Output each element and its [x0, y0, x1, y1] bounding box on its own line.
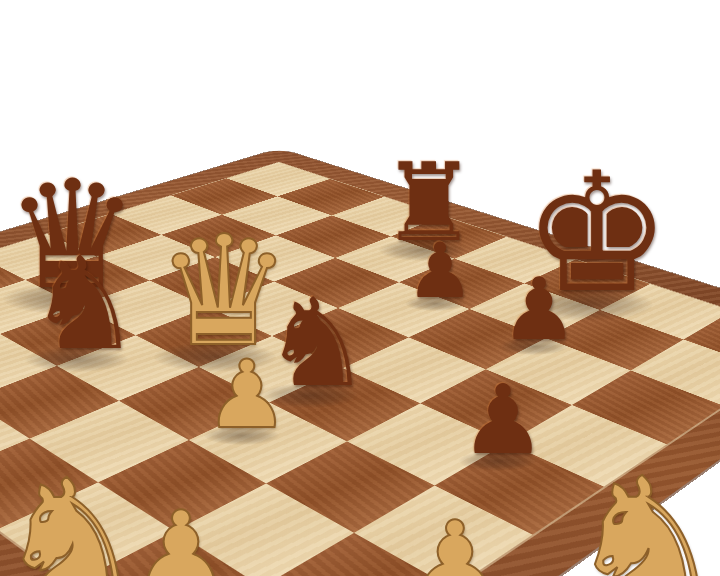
white-knight-b1[interactable]: ♞ — [0, 457, 148, 576]
chessboard-photo: ♜♛♟♚♟♛♞♞♟♟♟♟♞♞ — [0, 0, 720, 576]
white-pawn-e5[interactable]: ♟ — [205, 348, 289, 442]
white-pawn-f2[interactable]: ♟ — [405, 506, 505, 576]
black-pawn-e7[interactable]: ♟ — [500, 266, 577, 352]
black-knight-c5[interactable]: ♞ — [27, 240, 142, 368]
white-knight-g1[interactable]: ♞ — [565, 454, 720, 576]
black-pawn-d7[interactable]: ♟ — [406, 233, 474, 309]
black-pawn-g5[interactable]: ♟ — [460, 372, 546, 468]
